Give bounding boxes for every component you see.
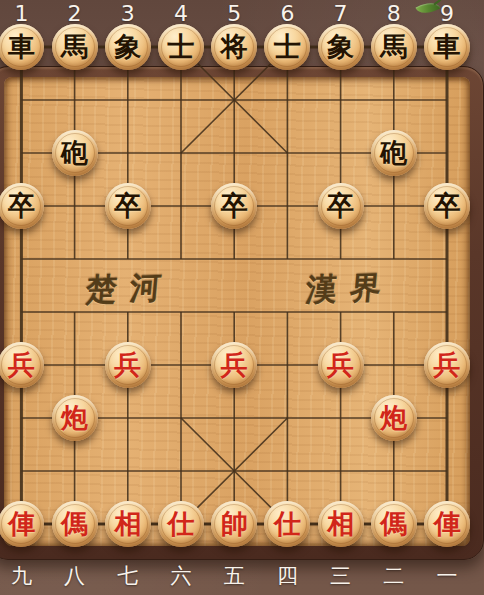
- file-label-bottom-7: 三: [324, 562, 358, 590]
- piece-black-horse[interactable]: 馬: [52, 24, 98, 70]
- file-label-bottom-3: 七: [111, 562, 145, 590]
- piece-red-chariot[interactable]: 俥: [424, 501, 470, 547]
- piece-black-cannon[interactable]: 砲: [371, 130, 417, 176]
- piece-red-general[interactable]: 帥: [211, 501, 257, 547]
- piece-red-advisor[interactable]: 仕: [158, 501, 204, 547]
- file-label-bottom-1: 九: [4, 562, 38, 590]
- piece-black-elephant[interactable]: 象: [105, 24, 151, 70]
- piece-black-chariot[interactable]: 車: [0, 24, 44, 70]
- piece-black-cannon[interactable]: 砲: [52, 130, 98, 176]
- piece-red-cannon[interactable]: 炮: [371, 395, 417, 441]
- piece-black-horse[interactable]: 馬: [371, 24, 417, 70]
- piece-red-horse[interactable]: 傌: [52, 501, 98, 547]
- file-label-bottom-2: 八: [58, 562, 92, 590]
- piece-black-advisor[interactable]: 士: [158, 24, 204, 70]
- file-label-top-5: 5: [217, 1, 251, 26]
- piece-black-soldier[interactable]: 卒: [211, 183, 257, 229]
- file-label-bottom-8: 二: [377, 562, 411, 590]
- river-label-han-jie: 漢界: [304, 266, 396, 311]
- file-label-top-4: 4: [164, 1, 198, 26]
- piece-red-soldier[interactable]: 兵: [105, 342, 151, 388]
- file-label-bottom-4: 六: [164, 562, 198, 590]
- piece-red-soldier[interactable]: 兵: [211, 342, 257, 388]
- game-background: 楚河 漢界 123456789 九八七六五四三二一 車馬象士将士象馬車砲砲卒卒卒…: [0, 0, 484, 595]
- piece-black-soldier[interactable]: 卒: [424, 183, 470, 229]
- file-label-top-9: 9: [430, 1, 464, 26]
- river-label-chu-he: 楚河: [84, 266, 176, 311]
- piece-red-elephant[interactable]: 相: [318, 501, 364, 547]
- file-label-top-7: 7: [324, 1, 358, 26]
- piece-red-elephant[interactable]: 相: [105, 501, 151, 547]
- file-label-top-3: 3: [111, 1, 145, 26]
- piece-black-soldier[interactable]: 卒: [318, 183, 364, 229]
- piece-black-general[interactable]: 将: [211, 24, 257, 70]
- piece-black-elephant[interactable]: 象: [318, 24, 364, 70]
- file-label-top-8: 8: [377, 1, 411, 26]
- file-label-bottom-5: 五: [217, 562, 251, 590]
- piece-black-soldier[interactable]: 卒: [105, 183, 151, 229]
- file-label-top-1: 1: [4, 1, 38, 26]
- piece-red-soldier[interactable]: 兵: [318, 342, 364, 388]
- piece-black-chariot[interactable]: 車: [424, 24, 470, 70]
- file-label-top-2: 2: [58, 1, 92, 26]
- piece-red-horse[interactable]: 傌: [371, 501, 417, 547]
- file-label-top-6: 6: [270, 1, 304, 26]
- piece-red-soldier[interactable]: 兵: [424, 342, 470, 388]
- file-label-bottom-6: 四: [270, 562, 304, 590]
- file-label-bottom-9: 一: [430, 562, 464, 590]
- piece-black-advisor[interactable]: 士: [264, 24, 310, 70]
- piece-red-cannon[interactable]: 炮: [52, 395, 98, 441]
